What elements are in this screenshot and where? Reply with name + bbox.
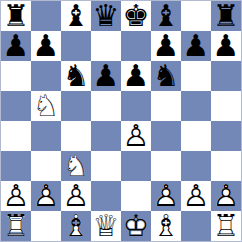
square-h6[interactable] xyxy=(211,61,241,91)
square-e7[interactable] xyxy=(121,31,151,61)
square-b1[interactable] xyxy=(31,211,61,241)
black-pawn-icon[interactable]: ♟ xyxy=(181,31,211,61)
black-pawn-icon[interactable]: ♟ xyxy=(31,31,61,61)
square-b3[interactable] xyxy=(31,151,61,181)
white-pawn-icon[interactable]: ♟♙ xyxy=(211,181,241,211)
square-f5[interactable] xyxy=(151,91,181,121)
square-g5[interactable] xyxy=(181,91,211,121)
square-f8[interactable]: ♝ xyxy=(151,1,181,31)
square-b7[interactable]: ♟ xyxy=(31,31,61,61)
black-king-icon[interactable]: ♚ xyxy=(121,1,151,31)
square-g6[interactable] xyxy=(181,61,211,91)
square-f7[interactable]: ♟ xyxy=(151,31,181,61)
square-f2[interactable]: ♟♙ xyxy=(151,181,181,211)
white-pawn-icon[interactable]: ♟♙ xyxy=(61,181,91,211)
square-g4[interactable] xyxy=(181,121,211,151)
square-a3[interactable] xyxy=(1,151,31,181)
square-e5[interactable] xyxy=(121,91,151,121)
white-rook-icon[interactable]: ♜♖ xyxy=(1,211,31,241)
white-pawn-icon[interactable]: ♟♙ xyxy=(31,181,61,211)
white-knight-icon[interactable]: ♞♘ xyxy=(61,151,91,181)
square-h4[interactable] xyxy=(211,121,241,151)
black-bishop-icon[interactable]: ♝ xyxy=(61,1,91,31)
white-knight-icon[interactable]: ♞♘ xyxy=(31,91,61,121)
white-rook-icon[interactable]: ♜♖ xyxy=(211,211,241,241)
square-e6[interactable]: ♟ xyxy=(121,61,151,91)
square-a6[interactable] xyxy=(1,61,31,91)
white-king-icon[interactable]: ♚♔ xyxy=(121,211,151,241)
square-f6[interactable]: ♞ xyxy=(151,61,181,91)
square-e4[interactable]: ♟♙ xyxy=(121,121,151,151)
square-d3[interactable] xyxy=(91,151,121,181)
black-knight-icon[interactable]: ♞ xyxy=(61,61,91,91)
square-b6[interactable] xyxy=(31,61,61,91)
black-pawn-icon[interactable]: ♟ xyxy=(151,31,181,61)
black-pawn-icon[interactable]: ♟ xyxy=(1,31,31,61)
black-pawn-icon[interactable]: ♟ xyxy=(121,61,151,91)
white-pawn-icon[interactable]: ♟♙ xyxy=(121,121,151,151)
square-h5[interactable] xyxy=(211,91,241,121)
square-h8[interactable]: ♜ xyxy=(211,1,241,31)
square-a1[interactable]: ♜♖ xyxy=(1,211,31,241)
white-bishop-icon[interactable]: ♝♗ xyxy=(61,211,91,241)
square-g1[interactable] xyxy=(181,211,211,241)
square-b2[interactable]: ♟♙ xyxy=(31,181,61,211)
square-c3[interactable]: ♞♘ xyxy=(61,151,91,181)
square-a4[interactable] xyxy=(1,121,31,151)
black-pawn-icon[interactable]: ♟ xyxy=(211,31,241,61)
square-a8[interactable]: ♜ xyxy=(1,1,31,31)
square-c8[interactable]: ♝ xyxy=(61,1,91,31)
square-d7[interactable] xyxy=(91,31,121,61)
square-c5[interactable] xyxy=(61,91,91,121)
white-bishop-icon[interactable]: ♝♗ xyxy=(151,211,181,241)
square-d5[interactable] xyxy=(91,91,121,121)
black-rook-icon[interactable]: ♜ xyxy=(1,1,31,31)
black-rook-icon[interactable]: ♜ xyxy=(211,1,241,31)
black-knight-icon[interactable]: ♞ xyxy=(151,61,181,91)
square-c4[interactable] xyxy=(61,121,91,151)
square-g8[interactable] xyxy=(181,1,211,31)
square-e1[interactable]: ♚♔ xyxy=(121,211,151,241)
white-pawn-icon[interactable]: ♟♙ xyxy=(181,181,211,211)
square-g7[interactable]: ♟ xyxy=(181,31,211,61)
square-d4[interactable] xyxy=(91,121,121,151)
square-d1[interactable]: ♛♕ xyxy=(91,211,121,241)
square-c7[interactable] xyxy=(61,31,91,61)
white-queen-icon[interactable]: ♛♕ xyxy=(91,211,121,241)
square-h7[interactable]: ♟ xyxy=(211,31,241,61)
square-c1[interactable]: ♝♗ xyxy=(61,211,91,241)
white-pawn-icon[interactable]: ♟♙ xyxy=(151,181,181,211)
square-c6[interactable]: ♞ xyxy=(61,61,91,91)
black-bishop-icon[interactable]: ♝ xyxy=(151,1,181,31)
square-a7[interactable]: ♟ xyxy=(1,31,31,61)
square-e2[interactable] xyxy=(121,181,151,211)
square-g2[interactable]: ♟♙ xyxy=(181,181,211,211)
square-d6[interactable]: ♟ xyxy=(91,61,121,91)
square-a5[interactable] xyxy=(1,91,31,121)
black-pawn-icon[interactable]: ♟ xyxy=(91,61,121,91)
chess-board: ♜♝♛♚♝♜♟♟♟♟♟♞♟♟♞♞♘♟♙♞♘♟♙♟♙♟♙♟♙♟♙♟♙♜♖♝♗♛♕♚… xyxy=(0,0,242,242)
square-f4[interactable] xyxy=(151,121,181,151)
square-e3[interactable] xyxy=(121,151,151,181)
square-h1[interactable]: ♜♖ xyxy=(211,211,241,241)
square-g3[interactable] xyxy=(181,151,211,181)
square-h3[interactable] xyxy=(211,151,241,181)
square-f3[interactable] xyxy=(151,151,181,181)
square-d2[interactable] xyxy=(91,181,121,211)
square-a2[interactable]: ♟♙ xyxy=(1,181,31,211)
black-queen-icon[interactable]: ♛ xyxy=(91,1,121,31)
square-b5[interactable]: ♞♘ xyxy=(31,91,61,121)
square-b8[interactable] xyxy=(31,1,61,31)
square-e8[interactable]: ♚ xyxy=(121,1,151,31)
square-d8[interactable]: ♛ xyxy=(91,1,121,31)
square-c2[interactable]: ♟♙ xyxy=(61,181,91,211)
square-h2[interactable]: ♟♙ xyxy=(211,181,241,211)
square-b4[interactable] xyxy=(31,121,61,151)
white-pawn-icon[interactable]: ♟♙ xyxy=(1,181,31,211)
square-f1[interactable]: ♝♗ xyxy=(151,211,181,241)
